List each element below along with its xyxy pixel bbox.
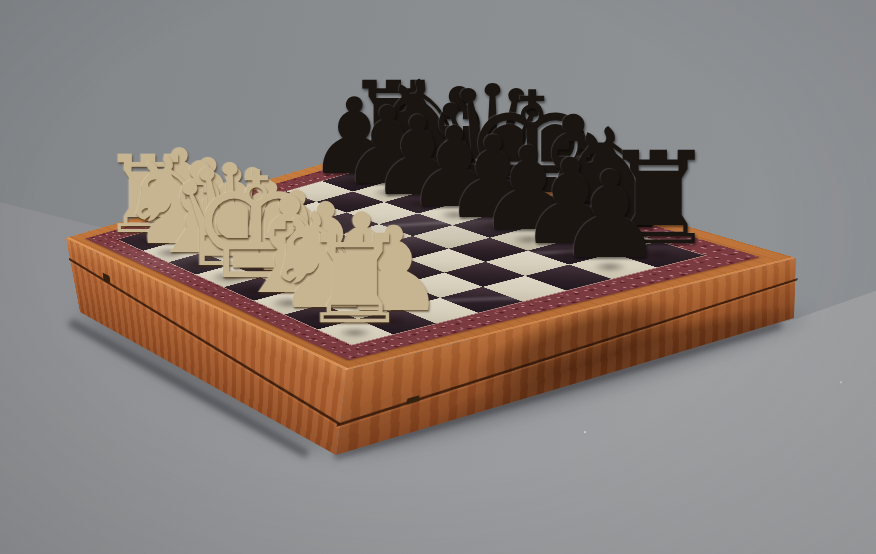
scene: ♜♞♝♛♚♝♞♜♟♟♟♟♟♟♟♟♟♟♟♟♟♟♟♟♜♞♝♛♚♝♞♜ bbox=[0, 0, 876, 554]
box-clasp bbox=[407, 395, 420, 404]
